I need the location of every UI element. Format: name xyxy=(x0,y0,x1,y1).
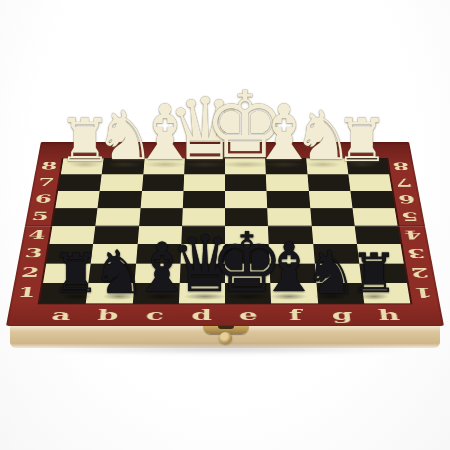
black-rook-h2[interactable]: ♜ xyxy=(350,247,398,301)
file-label-h: h xyxy=(368,306,410,323)
rank-label-right-4: 4 xyxy=(398,228,428,241)
rank-label-right-2: 2 xyxy=(404,265,435,279)
square-b6[interactable] xyxy=(98,191,142,208)
rank-label-left-3: 3 xyxy=(19,246,50,260)
rank-label-left-6: 6 xyxy=(29,193,58,205)
product-photo-scene: abcdefgh8877665544332211 ♜♞♝♛♚♝♞♜♜♞♝♛♚♝♞… xyxy=(0,0,450,450)
file-label-g: g xyxy=(321,306,362,323)
square-a7[interactable] xyxy=(58,175,102,192)
rank-label-left-2: 2 xyxy=(15,265,46,279)
rank-label-right-6: 6 xyxy=(392,193,421,205)
rank-label-right-3: 3 xyxy=(401,246,432,260)
square-a5[interactable] xyxy=(52,208,97,226)
square-b5[interactable] xyxy=(96,208,141,226)
rank-label-left-7: 7 xyxy=(32,176,60,188)
rank-label-right-5: 5 xyxy=(395,210,424,223)
white-rook-h8[interactable]: ♜ xyxy=(335,110,389,170)
square-f6[interactable] xyxy=(267,191,310,208)
file-label-b: b xyxy=(87,306,128,323)
square-d6[interactable] xyxy=(183,191,225,208)
square-e6[interactable] xyxy=(225,191,267,208)
square-a6[interactable] xyxy=(55,191,100,208)
file-label-a: a xyxy=(40,306,82,323)
rank-label-right-7: 7 xyxy=(389,176,417,188)
file-label-c: c xyxy=(134,306,175,323)
rank-label-left-1: 1 xyxy=(11,285,43,300)
square-c6[interactable] xyxy=(140,191,183,208)
square-h5[interactable] xyxy=(352,208,397,226)
clasp-loop xyxy=(219,332,232,344)
rank-label-left-5: 5 xyxy=(26,210,55,223)
box-drop-shadow xyxy=(30,344,420,354)
rank-label-left-4: 4 xyxy=(22,228,52,241)
square-h7[interactable] xyxy=(348,175,392,192)
rank-label-right-1: 1 xyxy=(407,285,439,300)
square-h6[interactable] xyxy=(350,191,395,208)
square-g5[interactable] xyxy=(310,208,355,226)
rank-label-right-8: 8 xyxy=(387,160,415,171)
square-g6[interactable] xyxy=(308,191,352,208)
